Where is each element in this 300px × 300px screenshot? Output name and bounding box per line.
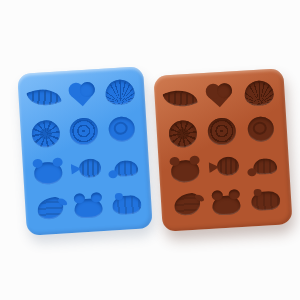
- cavity-cell: [106, 183, 146, 222]
- frog-cavity: [212, 195, 241, 216]
- cavity-cell: [160, 79, 201, 117]
- hippo-cavity: [250, 191, 280, 212]
- rose-swirl-cavity: [69, 117, 99, 146]
- cavity-cell: [66, 149, 106, 188]
- brown-mold: [153, 68, 292, 232]
- seashell-cavity: [104, 79, 134, 106]
- leaf-cavity: [26, 82, 62, 111]
- cavity-cell: [164, 150, 205, 188]
- cavity-cell: [28, 151, 68, 190]
- whale-cavity: [37, 196, 64, 220]
- cavity-cell: [203, 148, 244, 186]
- cavity-cell: [162, 115, 203, 153]
- heart-cavity: [71, 85, 92, 106]
- flower-cavity: [168, 119, 198, 148]
- rose-swirl-cavity: [207, 117, 237, 146]
- cavity-cell: [68, 186, 108, 225]
- frog-cavity: [74, 198, 103, 219]
- whale-cavity: [173, 193, 200, 217]
- round-candy-cavity: [108, 116, 135, 143]
- cavity-cell: [199, 77, 240, 115]
- blue-mold-grid: [24, 73, 147, 228]
- cavity-cell: [240, 110, 281, 148]
- seashell-cavity: [244, 80, 274, 107]
- fish-cavity: [79, 158, 102, 178]
- cavity-cell: [64, 112, 104, 151]
- fish-cavity: [216, 156, 239, 176]
- blue-mold: [17, 66, 153, 235]
- cavity-cell: [26, 114, 66, 153]
- bear-face-cavity: [170, 159, 199, 183]
- brown-mold-grid: [160, 75, 286, 224]
- flower-cavity: [31, 120, 61, 149]
- cavity-cell: [245, 181, 286, 219]
- cavity-cell: [99, 73, 139, 112]
- cavity-cell: [166, 186, 207, 224]
- turtle-cavity: [253, 157, 278, 174]
- leaf-cavity: [162, 84, 198, 113]
- cavity-cell: [243, 145, 284, 183]
- heart-cavity: [209, 86, 230, 107]
- cavity-cell: [201, 112, 242, 150]
- cavity-cell: [104, 147, 144, 186]
- turtle-cavity: [114, 159, 139, 176]
- cavity-cell: [30, 188, 70, 227]
- cavity-cell: [205, 183, 246, 221]
- cavity-cell: [61, 75, 101, 114]
- round-candy-cavity: [247, 116, 274, 143]
- cavity-cell: [102, 110, 142, 149]
- hippo-cavity: [111, 194, 141, 215]
- product-photo: [0, 0, 300, 300]
- cavity-cell: [238, 75, 279, 113]
- bear-face-cavity: [34, 161, 63, 185]
- cavity-cell: [24, 77, 64, 116]
